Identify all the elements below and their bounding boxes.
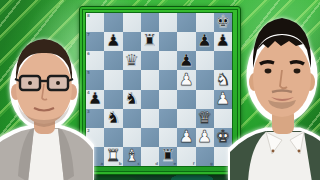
eye-right xyxy=(56,81,60,85)
rank-coordinate: 8 xyxy=(87,13,90,18)
white-shirt xyxy=(28,129,64,180)
square-g2[interactable]: ♟ xyxy=(196,128,214,147)
square-e1[interactable]: e♜ xyxy=(159,147,177,166)
square-c5[interactable] xyxy=(123,70,141,89)
square-f6[interactable]: ♟ xyxy=(177,51,195,70)
square-e8[interactable] xyxy=(159,13,177,32)
square-d5[interactable] xyxy=(141,70,159,89)
square-g7[interactable]: ♟ xyxy=(196,32,214,51)
board-frame: 8♚7♟♜♟♟6♛♟5♟♞4♟♞♟3♞♛2♟♟♚1ab♜c♝de♜fgh xyxy=(79,6,241,175)
square-f4[interactable] xyxy=(177,90,195,109)
file-coordinate: g xyxy=(210,161,213,166)
square-c3[interactable] xyxy=(123,109,141,128)
piece-white-pawn-g2[interactable]: ♟ xyxy=(197,129,212,146)
square-c1[interactable]: c♝ xyxy=(123,147,141,166)
piece-white-rook-b1[interactable]: ♜ xyxy=(106,148,121,165)
piece-white-queen-g3[interactable]: ♛ xyxy=(197,110,212,127)
right-player-photo xyxy=(228,4,320,180)
square-b2[interactable] xyxy=(104,128,122,147)
square-g1[interactable]: g xyxy=(196,147,214,166)
square-c4[interactable]: ♞ xyxy=(123,90,141,109)
square-b1[interactable]: b♜ xyxy=(104,147,122,166)
square-c7[interactable] xyxy=(123,32,141,51)
square-e3[interactable] xyxy=(159,109,177,128)
square-f2[interactable]: ♟ xyxy=(177,128,195,147)
square-b3[interactable]: ♞ xyxy=(104,109,122,128)
eye-right xyxy=(294,69,301,74)
square-d8[interactable] xyxy=(141,13,159,32)
piece-black-queen-c6[interactable]: ♛ xyxy=(124,53,139,70)
square-g8[interactable] xyxy=(196,13,214,32)
square-e6[interactable] xyxy=(159,51,177,70)
square-b5[interactable] xyxy=(104,70,122,89)
piece-white-pawn-f2[interactable]: ♟ xyxy=(179,129,194,146)
file-coordinate: a xyxy=(101,161,104,166)
square-c8[interactable] xyxy=(123,13,141,32)
thumbnail: 8♚7♟♜♟♟6♛♟5♟♞4♟♞♟3♞♛2♟♟♚1ab♜c♝de♜fgh xyxy=(0,0,320,180)
collar-button-left xyxy=(272,150,275,153)
piece-black-knight-b3[interactable]: ♞ xyxy=(106,110,121,127)
piece-black-pawn-g7[interactable]: ♟ xyxy=(197,33,212,50)
left-player-photo xyxy=(0,26,94,180)
square-f7[interactable] xyxy=(177,32,195,51)
square-e7[interactable] xyxy=(159,32,177,51)
file-coordinate: d xyxy=(155,161,158,166)
piece-black-rook-e1[interactable]: ♜ xyxy=(161,148,176,165)
square-d6[interactable] xyxy=(141,51,159,70)
square-b7[interactable]: ♟ xyxy=(104,32,122,51)
square-b8[interactable] xyxy=(104,13,122,32)
square-g4[interactable] xyxy=(196,90,214,109)
square-e2[interactable] xyxy=(159,128,177,147)
piece-white-pawn-f5[interactable]: ♟ xyxy=(179,72,194,89)
eye-left xyxy=(265,69,272,74)
eye-left xyxy=(28,81,32,85)
square-f8[interactable] xyxy=(177,13,195,32)
square-b4[interactable] xyxy=(104,90,122,109)
square-d2[interactable] xyxy=(141,128,159,147)
square-f5[interactable]: ♟ xyxy=(177,70,195,89)
square-c2[interactable] xyxy=(123,128,141,147)
piece-black-pawn-b7[interactable]: ♟ xyxy=(106,33,121,50)
piece-white-bishop-c1[interactable]: ♝ xyxy=(124,148,139,165)
chess-board: 8♚7♟♜♟♟6♛♟5♟♞4♟♞♟3♞♛2♟♟♚1ab♜c♝de♜fgh xyxy=(86,13,232,166)
piece-black-knight-c4[interactable]: ♞ xyxy=(124,91,139,108)
piece-black-rook-d7[interactable]: ♜ xyxy=(142,33,157,50)
mustache-shadow xyxy=(272,91,292,93)
square-d4[interactable] xyxy=(141,90,159,109)
square-g5[interactable] xyxy=(196,70,214,89)
square-f1[interactable]: f xyxy=(177,147,195,166)
square-d3[interactable] xyxy=(141,109,159,128)
square-b6[interactable] xyxy=(104,51,122,70)
square-d7[interactable]: ♜ xyxy=(141,32,159,51)
file-coordinate: f xyxy=(193,161,195,166)
collar-button-right xyxy=(298,150,301,153)
square-d1[interactable]: d xyxy=(141,147,159,166)
square-g3[interactable]: ♛ xyxy=(196,109,214,128)
piece-black-pawn-f6[interactable]: ♟ xyxy=(179,53,194,70)
square-f3[interactable] xyxy=(177,109,195,128)
square-e5[interactable] xyxy=(159,70,177,89)
square-e4[interactable] xyxy=(159,90,177,109)
square-c6[interactable]: ♛ xyxy=(123,51,141,70)
square-g6[interactable] xyxy=(196,51,214,70)
